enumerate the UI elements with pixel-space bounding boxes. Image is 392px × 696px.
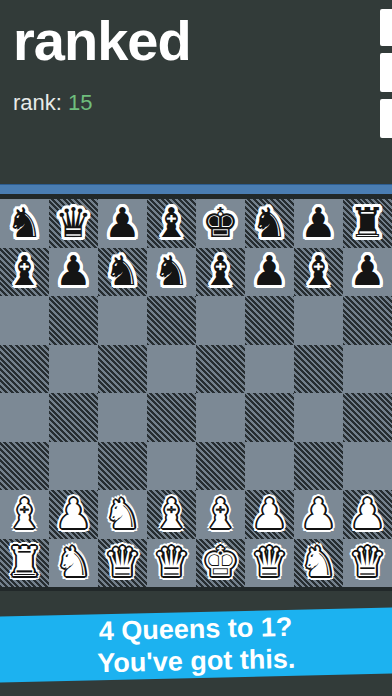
square-e1[interactable]: ♚ [196,539,245,588]
square-h5[interactable] [343,345,392,394]
white-bishop-icon: ♝ [6,494,43,535]
black-bishop-icon: ♝ [6,251,43,292]
square-c5[interactable] [98,345,147,394]
square-d3[interactable] [147,442,196,491]
black-knight-icon: ♞ [251,203,288,244]
square-d8[interactable]: ♝ [147,199,196,248]
square-e5[interactable] [196,345,245,394]
square-h7[interactable]: ♟ [343,248,392,297]
square-b1[interactable]: ♞ [49,539,98,588]
square-f3[interactable] [245,442,294,491]
square-c8[interactable]: ♟ [98,199,147,248]
chess-board: ♞♛♟♝♚♞♟♜♝♟♞♞♝♟♝♟♝♟♞♝♝♟♟♟♜♞♛♛♚♛♞♛ [0,199,392,587]
square-g3[interactable] [294,442,343,491]
black-queen-icon: ♛ [55,203,92,244]
square-h4[interactable] [343,393,392,442]
square-h1[interactable]: ♛ [343,539,392,588]
square-d1[interactable]: ♛ [147,539,196,588]
black-pawn-icon: ♟ [300,203,337,244]
square-d2[interactable]: ♝ [147,490,196,539]
square-f2[interactable]: ♟ [245,490,294,539]
menu-bar-icon [380,99,392,138]
black-knight-icon: ♞ [6,203,43,244]
rank-row: rank: 15 [13,90,93,116]
square-a5[interactable] [0,345,49,394]
square-a2[interactable]: ♝ [0,490,49,539]
menu-button[interactable] [380,0,392,140]
square-g8[interactable]: ♟ [294,199,343,248]
board-frame: ♞♛♟♝♚♞♟♜♝♟♞♞♝♟♝♟♝♟♞♝♝♟♟♟♜♞♛♛♚♛♞♛ [0,194,392,591]
white-king-icon: ♚ [202,542,239,583]
white-pawn-icon: ♟ [349,494,386,535]
square-g1[interactable]: ♞ [294,539,343,588]
white-queen-icon: ♛ [251,542,288,583]
white-knight-icon: ♞ [55,542,92,583]
white-bishop-icon: ♝ [202,494,239,535]
banner-line-2: You've got this. [97,643,296,679]
white-queen-icon: ♛ [153,542,190,583]
square-c3[interactable] [98,442,147,491]
page-title: ranked [13,8,191,73]
banner-line-1: 4 Queens to 1? [99,611,293,647]
square-f5[interactable] [245,345,294,394]
square-b5[interactable] [49,345,98,394]
square-e8[interactable]: ♚ [196,199,245,248]
rank-label: rank: [13,90,62,115]
square-h2[interactable]: ♟ [343,490,392,539]
square-g5[interactable] [294,345,343,394]
white-knight-icon: ♞ [104,494,141,535]
black-bishop-icon: ♝ [202,251,239,292]
message-banner: 4 Queens to 1? You've got this. [0,607,392,682]
rank-value: 15 [68,90,92,115]
square-b4[interactable] [49,393,98,442]
black-bishop-icon: ♝ [153,203,190,244]
black-pawn-icon: ♟ [104,203,141,244]
white-pawn-icon: ♟ [55,494,92,535]
square-d6[interactable] [147,296,196,345]
black-knight-icon: ♞ [153,251,190,292]
black-knight-icon: ♞ [104,251,141,292]
white-queen-icon: ♛ [104,542,141,583]
black-bishop-icon: ♝ [300,251,337,292]
white-queen-icon: ♛ [349,542,386,583]
black-pawn-icon: ♟ [349,251,386,292]
menu-bar-icon [380,9,392,46]
square-e4[interactable] [196,393,245,442]
square-a4[interactable] [0,393,49,442]
square-d5[interactable] [147,345,196,394]
white-knight-icon: ♞ [300,542,337,583]
square-c6[interactable] [98,296,147,345]
app-screen: ranked rank: 15 ♞♛♟♝♚♞♟♜♝♟♞♞♝♟♝♟♝♟♞♝♝♟♟♟… [0,0,392,696]
square-c2[interactable]: ♞ [98,490,147,539]
square-h3[interactable] [343,442,392,491]
square-f8[interactable]: ♞ [245,199,294,248]
square-c4[interactable] [98,393,147,442]
square-b6[interactable] [49,296,98,345]
square-g7[interactable]: ♝ [294,248,343,297]
square-e7[interactable]: ♝ [196,248,245,297]
square-g4[interactable] [294,393,343,442]
square-f4[interactable] [245,393,294,442]
square-b2[interactable]: ♟ [49,490,98,539]
square-f7[interactable]: ♟ [245,248,294,297]
square-d7[interactable]: ♞ [147,248,196,297]
white-pawn-icon: ♟ [251,494,288,535]
white-pawn-icon: ♟ [300,494,337,535]
square-a3[interactable] [0,442,49,491]
black-pawn-icon: ♟ [251,251,288,292]
square-e2[interactable]: ♝ [196,490,245,539]
square-g6[interactable] [294,296,343,345]
square-f6[interactable] [245,296,294,345]
square-f1[interactable]: ♛ [245,539,294,588]
square-c1[interactable]: ♛ [98,539,147,588]
square-e3[interactable] [196,442,245,491]
black-rook-icon: ♜ [349,203,386,244]
square-b7[interactable]: ♟ [49,248,98,297]
square-a1[interactable]: ♜ [0,539,49,588]
square-a8[interactable]: ♞ [0,199,49,248]
square-c7[interactable]: ♞ [98,248,147,297]
square-e6[interactable] [196,296,245,345]
black-pawn-icon: ♟ [55,251,92,292]
square-a6[interactable] [0,296,49,345]
white-rook-icon: ♜ [6,542,43,583]
board-top-divider [0,184,392,194]
square-d4[interactable] [147,393,196,442]
square-b8[interactable]: ♛ [49,199,98,248]
square-b3[interactable] [49,442,98,491]
black-king-icon: ♚ [202,203,239,244]
square-h8[interactable]: ♜ [343,199,392,248]
menu-bar-icon [380,53,392,92]
square-h6[interactable] [343,296,392,345]
white-bishop-icon: ♝ [153,494,190,535]
square-a7[interactable]: ♝ [0,248,49,297]
square-g2[interactable]: ♟ [294,490,343,539]
